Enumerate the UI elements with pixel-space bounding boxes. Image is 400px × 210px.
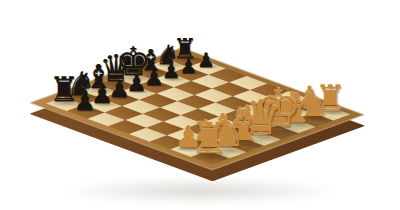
chess-scene: ♜♞♟♝♟♚♟♛♟♝♟♞♟♜♟♟♟♟♜♟♞♟♝♟♚♟♛♟♝♟♞♜: [0, 0, 400, 210]
black-pawn-g7[interactable]: ♟: [180, 56, 198, 76]
black-pawn-f7[interactable]: ♟: [162, 61, 181, 82]
black-pawn-h7[interactable]: ♟: [197, 50, 215, 70]
white-rook-a1[interactable]: ♜: [190, 117, 229, 160]
black-pawn-e7[interactable]: ♟: [144, 67, 164, 89]
pieces-layer: ♜♞♟♝♟♚♟♛♟♝♟♞♟♜♟♟♟♟♜♟♞♟♝♟♚♟♛♟♝♟♞♜: [0, 0, 400, 210]
black-pawn-a7[interactable]: ♟: [74, 89, 96, 114]
